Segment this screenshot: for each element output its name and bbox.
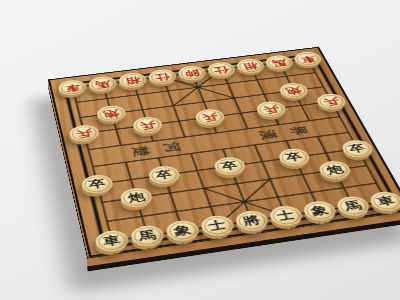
black-soldier-piece[interactable]: 卒 [147,164,183,186]
piece-glyph: 象 [164,219,202,243]
piece-glyph: 卒 [339,139,376,159]
black-soldier-piece[interactable]: 卒 [276,147,313,168]
piece-glyph: 馬 [263,54,296,71]
piece-glyph: 炮 [95,104,128,123]
red-horse-piece[interactable]: 馬 [263,54,296,71]
piece-glyph: 兵 [68,124,101,144]
red-chariot-piece[interactable]: 車 [292,51,325,68]
piece-glyph: 車 [367,190,400,213]
red-soldier-piece[interactable]: 兵 [68,124,101,144]
piece-glyph: 馬 [87,75,118,93]
black-elephant-piece[interactable]: 象 [300,199,339,222]
black-horse-piece[interactable]: 馬 [129,224,167,248]
piece-glyph: 兵 [254,100,288,119]
piece-glyph: 將 [233,209,272,233]
piece-glyph: 帥 [176,65,208,82]
piece-glyph: 兵 [314,92,349,110]
red-general-piece[interactable]: 帥 [176,65,208,82]
piece-glyph: 車 [94,229,131,254]
red-advisor-piece[interactable]: 仕 [147,68,179,85]
black-cannon-piece[interactable]: 炮 [118,186,154,209]
black-general-piece[interactable]: 將 [233,209,272,233]
red-soldier-piece[interactable]: 兵 [193,108,227,127]
piece-glyph: 仕 [147,68,179,85]
piece-glyph: 士 [267,204,306,228]
river-char: 河 [161,142,181,154]
black-advisor-piece[interactable]: 士 [199,214,237,238]
river-char: 楚 [130,146,150,158]
red-elephant-piece[interactable]: 相 [117,72,149,89]
piece-glyph: 炮 [316,159,354,180]
piece-glyph: 兵 [131,116,164,135]
red-soldier-piece[interactable]: 兵 [131,116,164,135]
piece-glyph: 相 [117,72,149,89]
piece-glyph: 卒 [80,173,115,195]
piece-glyph: 仕 [205,61,237,78]
red-soldier-piece[interactable]: 兵 [254,100,288,119]
black-chariot-piece[interactable]: 車 [94,229,131,254]
black-advisor-piece[interactable]: 士 [267,204,306,228]
piece-glyph: 相 [234,58,267,75]
red-horse-piece[interactable]: 馬 [87,75,118,93]
piece-glyph: 馬 [129,224,167,248]
piece-glyph: 卒 [212,156,248,177]
piece-glyph: 車 [292,51,325,68]
river-text-left: 楚 河 [130,142,181,158]
red-cannon-piece[interactable]: 炮 [277,82,311,100]
piece-glyph: 象 [300,199,339,222]
piece-glyph: 炮 [277,82,311,100]
red-cannon-piece[interactable]: 炮 [95,104,128,123]
black-chariot-piece[interactable]: 車 [367,190,400,213]
piece-glyph: 車 [57,79,88,97]
piece-glyph: 馬 [334,195,373,218]
red-soldier-piece[interactable]: 兵 [314,92,349,110]
scene: 楚 河 漢 界 車馬相仕帥仕相馬車炮炮兵兵兵兵兵卒卒卒卒卒炮炮車馬象士將士象馬車 [0,0,400,300]
black-soldier-piece[interactable]: 卒 [339,139,376,159]
black-horse-piece[interactable]: 馬 [334,195,373,218]
piece-glyph: 炮 [118,186,154,209]
red-advisor-piece[interactable]: 仕 [205,61,237,78]
red-chariot-piece[interactable]: 車 [57,79,88,97]
black-elephant-piece[interactable]: 象 [164,219,202,243]
piece-glyph: 士 [199,214,237,238]
black-soldier-piece[interactable]: 卒 [212,156,248,177]
black-cannon-piece[interactable]: 炮 [316,159,354,180]
xiangqi-board[interactable]: 楚 河 漢 界 車馬相仕帥仕相馬車炮炮兵兵兵兵兵卒卒卒卒卒炮炮車馬象士將士象馬車 [48,47,400,258]
piece-glyph: 卒 [276,147,313,168]
red-elephant-piece[interactable]: 相 [234,58,267,75]
piece-glyph: 兵 [193,108,227,127]
piece-glyph: 卒 [147,164,183,186]
black-soldier-piece[interactable]: 卒 [80,173,115,195]
